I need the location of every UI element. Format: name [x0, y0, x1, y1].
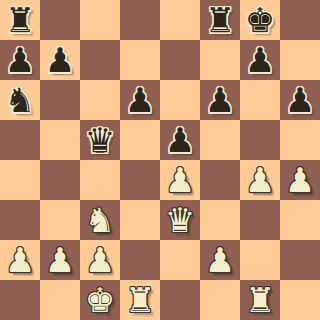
black-pawn-d6[interactable]: ♟	[120, 80, 160, 120]
square-d3[interactable]	[120, 200, 160, 240]
square-f1[interactable]	[200, 280, 240, 320]
square-f6[interactable]: ♟	[200, 80, 240, 120]
square-a7[interactable]: ♟	[0, 40, 40, 80]
square-g5[interactable]	[240, 120, 280, 160]
square-g6[interactable]	[240, 80, 280, 120]
square-f7[interactable]	[200, 40, 240, 80]
square-h4[interactable]: ♟	[280, 160, 320, 200]
square-b3[interactable]	[40, 200, 80, 240]
square-h2[interactable]	[280, 240, 320, 280]
square-h8[interactable]	[280, 0, 320, 40]
square-e3[interactable]: ♛	[160, 200, 200, 240]
black-king-g8[interactable]: ♚	[240, 0, 280, 40]
square-g2[interactable]	[240, 240, 280, 280]
square-e2[interactable]	[160, 240, 200, 280]
white-pawn-b2[interactable]: ♟	[40, 240, 80, 280]
square-d2[interactable]	[120, 240, 160, 280]
white-king-c1[interactable]: ♚	[80, 280, 120, 320]
square-c2[interactable]: ♟	[80, 240, 120, 280]
square-b5[interactable]	[40, 120, 80, 160]
black-knight-a6[interactable]: ♞	[0, 80, 40, 120]
square-e5[interactable]: ♟	[160, 120, 200, 160]
white-pawn-e4[interactable]: ♟	[160, 160, 200, 200]
square-c1[interactable]: ♚	[80, 280, 120, 320]
square-a8[interactable]: ♜	[0, 0, 40, 40]
square-d5[interactable]	[120, 120, 160, 160]
square-d8[interactable]	[120, 0, 160, 40]
black-pawn-e5[interactable]: ♟	[160, 120, 200, 160]
square-e6[interactable]	[160, 80, 200, 120]
square-g4[interactable]: ♟	[240, 160, 280, 200]
square-h5[interactable]	[280, 120, 320, 160]
square-f3[interactable]	[200, 200, 240, 240]
square-g1[interactable]: ♜	[240, 280, 280, 320]
square-b7[interactable]: ♟	[40, 40, 80, 80]
black-pawn-a7[interactable]: ♟	[0, 40, 40, 80]
square-f8[interactable]: ♜	[200, 0, 240, 40]
square-g7[interactable]: ♟	[240, 40, 280, 80]
square-a5[interactable]	[0, 120, 40, 160]
white-pawn-f2[interactable]: ♟	[200, 240, 240, 280]
square-b6[interactable]	[40, 80, 80, 120]
square-a1[interactable]	[0, 280, 40, 320]
white-queen-e3[interactable]: ♛	[160, 200, 200, 240]
square-a4[interactable]	[0, 160, 40, 200]
chess-board: ♜♜♚♟♟♟♞♟♟♟♛♟♟♟♟♞♛♟♟♟♟♚♜♜	[0, 0, 320, 320]
black-pawn-b7[interactable]: ♟	[40, 40, 80, 80]
square-d7[interactable]	[120, 40, 160, 80]
square-c5[interactable]: ♛	[80, 120, 120, 160]
white-pawn-h4[interactable]: ♟	[280, 160, 320, 200]
square-c7[interactable]	[80, 40, 120, 80]
square-b2[interactable]: ♟	[40, 240, 80, 280]
black-rook-a8[interactable]: ♜	[0, 0, 40, 40]
black-queen-c5[interactable]: ♛	[80, 120, 120, 160]
white-rook-d1[interactable]: ♜	[120, 280, 160, 320]
black-pawn-f6[interactable]: ♟	[200, 80, 240, 120]
white-knight-c3[interactable]: ♞	[80, 200, 120, 240]
square-g8[interactable]: ♚	[240, 0, 280, 40]
square-d6[interactable]: ♟	[120, 80, 160, 120]
square-f5[interactable]	[200, 120, 240, 160]
square-d4[interactable]	[120, 160, 160, 200]
square-h3[interactable]	[280, 200, 320, 240]
square-d1[interactable]: ♜	[120, 280, 160, 320]
square-b8[interactable]	[40, 0, 80, 40]
square-e4[interactable]: ♟	[160, 160, 200, 200]
square-e8[interactable]	[160, 0, 200, 40]
square-c3[interactable]: ♞	[80, 200, 120, 240]
square-c4[interactable]	[80, 160, 120, 200]
square-a6[interactable]: ♞	[0, 80, 40, 120]
square-a3[interactable]	[0, 200, 40, 240]
square-h1[interactable]	[280, 280, 320, 320]
black-pawn-g7[interactable]: ♟	[240, 40, 280, 80]
square-b1[interactable]	[40, 280, 80, 320]
square-a2[interactable]: ♟	[0, 240, 40, 280]
square-f4[interactable]	[200, 160, 240, 200]
square-e7[interactable]	[160, 40, 200, 80]
square-b4[interactable]	[40, 160, 80, 200]
white-pawn-a2[interactable]: ♟	[0, 240, 40, 280]
white-rook-g1[interactable]: ♜	[240, 280, 280, 320]
white-pawn-c2[interactable]: ♟	[80, 240, 120, 280]
square-g3[interactable]	[240, 200, 280, 240]
black-rook-f8[interactable]: ♜	[200, 0, 240, 40]
square-f2[interactable]: ♟	[200, 240, 240, 280]
square-h6[interactable]: ♟	[280, 80, 320, 120]
white-pawn-g4[interactable]: ♟	[240, 160, 280, 200]
square-h7[interactable]	[280, 40, 320, 80]
square-c6[interactable]	[80, 80, 120, 120]
square-c8[interactable]	[80, 0, 120, 40]
square-e1[interactable]	[160, 280, 200, 320]
black-pawn-h6[interactable]: ♟	[280, 80, 320, 120]
